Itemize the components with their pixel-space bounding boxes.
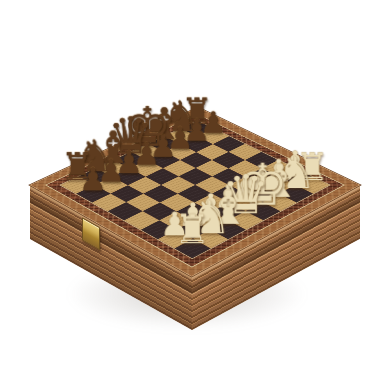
product-photo-background: ♜♟♟♜♞♟♟♞♝♟♟♝♚♟♟♚♛♟♟♛♝♟♟♝♞♟♟♞♜♟♟♜ — [0, 0, 390, 390]
piece-black-pawn-a7[interactable]: ♟ — [67, 165, 119, 194]
square-a6[interactable] — [92, 194, 126, 212]
square-a1[interactable]: ♜ — [175, 239, 211, 258]
board-3d-scene: ♜♟♟♜♞♟♟♞♝♟♟♝♚♟♟♚♛♟♟♛♝♟♟♝♞♟♟♞♜♟♟♜ — [0, 0, 390, 390]
piece-white-rook-a1[interactable]: ♜ — [165, 211, 220, 248]
marquetry-border: ♜♟♟♜♞♟♟♞♝♟♟♝♚♟♟♚♛♟♟♛♝♟♟♝♞♟♟♞♜♟♟♜ — [45, 114, 345, 267]
chess-box-lid-frame: ♜♟♟♜♞♟♟♞♝♟♟♝♚♟♟♚♛♟♟♛♝♟♟♝♞♟♟♞♜♟♟♜ — [30, 107, 361, 277]
chess-board: ♜♟♟♜♞♟♟♞♝♟♟♝♚♟♟♚♛♟♟♛♝♟♟♝♞♟♟♞♜♟♟♜ — [61, 121, 330, 258]
